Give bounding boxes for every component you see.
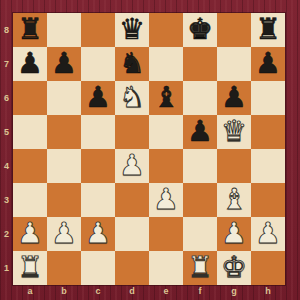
piece-white-pawn: ♟ [255, 219, 281, 248]
piece-black-pawn: ♟ [85, 83, 111, 112]
rank-label-4: 4 [0, 149, 13, 183]
piece-white-bishop: ♝ [221, 185, 247, 214]
square-c5[interactable] [81, 115, 115, 149]
square-f2[interactable] [183, 217, 217, 251]
square-b3[interactable] [47, 183, 81, 217]
square-d8[interactable]: ♛ [115, 13, 149, 47]
square-e8[interactable] [149, 13, 183, 47]
square-a7[interactable]: ♟ [13, 47, 47, 81]
rank-label-1: 1 [0, 251, 13, 285]
square-g7[interactable] [217, 47, 251, 81]
square-h6[interactable] [251, 81, 285, 115]
square-b5[interactable] [47, 115, 81, 149]
file-label-g: g [217, 285, 251, 300]
square-f8[interactable]: ♚ [183, 13, 217, 47]
square-b6[interactable] [47, 81, 81, 115]
piece-white-pawn: ♟ [153, 185, 179, 214]
square-a6[interactable] [13, 81, 47, 115]
square-f5[interactable]: ♟ [183, 115, 217, 149]
rank-label-7: 7 [0, 47, 13, 81]
square-e4[interactable] [149, 149, 183, 183]
square-e3[interactable]: ♟ [149, 183, 183, 217]
square-g2[interactable]: ♟ [217, 217, 251, 251]
square-d4[interactable]: ♟ [115, 149, 149, 183]
square-d1[interactable] [115, 251, 149, 285]
square-f3[interactable] [183, 183, 217, 217]
square-a5[interactable] [13, 115, 47, 149]
file-label-e: e [149, 285, 183, 300]
file-label-h: h [251, 285, 285, 300]
rank-label-6: 6 [0, 81, 13, 115]
square-e5[interactable] [149, 115, 183, 149]
piece-white-pawn: ♟ [85, 219, 111, 248]
file-label-f: f [183, 285, 217, 300]
square-c3[interactable] [81, 183, 115, 217]
square-d7[interactable]: ♞ [115, 47, 149, 81]
piece-white-pawn: ♟ [51, 219, 77, 248]
chess-board-frame: 87654321 abcdefgh ♜♛♚♜♟♟♞♟♟♞♝♟♟♛♟♟♝♟♟♟♟♟… [0, 0, 300, 300]
square-g1[interactable]: ♚ [217, 251, 251, 285]
square-e1[interactable] [149, 251, 183, 285]
chess-board: ♜♛♚♜♟♟♞♟♟♞♝♟♟♛♟♟♝♟♟♟♟♟♜♜♚ [13, 13, 285, 285]
piece-black-knight: ♞ [119, 49, 145, 78]
file-label-b: b [47, 285, 81, 300]
square-h1[interactable] [251, 251, 285, 285]
piece-black-bishop: ♝ [153, 83, 179, 112]
square-c2[interactable]: ♟ [81, 217, 115, 251]
square-g8[interactable] [217, 13, 251, 47]
square-f4[interactable] [183, 149, 217, 183]
square-e6[interactable]: ♝ [149, 81, 183, 115]
piece-black-pawn: ♟ [187, 117, 213, 146]
square-d5[interactable] [115, 115, 149, 149]
square-h8[interactable]: ♜ [251, 13, 285, 47]
square-b1[interactable] [47, 251, 81, 285]
rank-label-3: 3 [0, 183, 13, 217]
piece-black-queen: ♛ [119, 15, 145, 44]
piece-white-queen: ♛ [221, 117, 247, 146]
square-c7[interactable] [81, 47, 115, 81]
piece-white-knight: ♞ [119, 83, 145, 112]
piece-black-pawn: ♟ [255, 49, 281, 78]
rank-label-2: 2 [0, 217, 13, 251]
square-a8[interactable]: ♜ [13, 13, 47, 47]
square-b4[interactable] [47, 149, 81, 183]
square-b2[interactable]: ♟ [47, 217, 81, 251]
piece-white-rook: ♜ [187, 253, 213, 282]
square-h3[interactable] [251, 183, 285, 217]
piece-black-rook: ♜ [17, 15, 43, 44]
square-a2[interactable]: ♟ [13, 217, 47, 251]
file-label-a: a [13, 285, 47, 300]
square-d6[interactable]: ♞ [115, 81, 149, 115]
square-h7[interactable]: ♟ [251, 47, 285, 81]
piece-black-king: ♚ [187, 15, 213, 44]
piece-black-pawn: ♟ [17, 49, 43, 78]
square-e7[interactable] [149, 47, 183, 81]
square-f6[interactable] [183, 81, 217, 115]
rank-label-8: 8 [0, 13, 13, 47]
square-f7[interactable] [183, 47, 217, 81]
square-a4[interactable] [13, 149, 47, 183]
square-h5[interactable] [251, 115, 285, 149]
square-b7[interactable]: ♟ [47, 47, 81, 81]
square-h2[interactable]: ♟ [251, 217, 285, 251]
piece-white-pawn: ♟ [17, 219, 43, 248]
piece-black-pawn: ♟ [221, 83, 247, 112]
piece-white-pawn: ♟ [119, 151, 145, 180]
piece-white-rook: ♜ [17, 253, 43, 282]
square-g6[interactable]: ♟ [217, 81, 251, 115]
square-c1[interactable] [81, 251, 115, 285]
square-d2[interactable] [115, 217, 149, 251]
square-a1[interactable]: ♜ [13, 251, 47, 285]
piece-black-rook: ♜ [255, 15, 281, 44]
square-d3[interactable] [115, 183, 149, 217]
piece-black-pawn: ♟ [51, 49, 77, 78]
file-label-d: d [115, 285, 149, 300]
rank-label-5: 5 [0, 115, 13, 149]
file-labels: abcdefgh [13, 285, 285, 300]
square-g3[interactable]: ♝ [217, 183, 251, 217]
square-h4[interactable] [251, 149, 285, 183]
square-g5[interactable]: ♛ [217, 115, 251, 149]
piece-white-king: ♚ [221, 253, 247, 282]
square-b8[interactable] [47, 13, 81, 47]
square-c8[interactable] [81, 13, 115, 47]
square-g4[interactable] [217, 149, 251, 183]
piece-white-pawn: ♟ [221, 219, 247, 248]
square-c6[interactable]: ♟ [81, 81, 115, 115]
square-a3[interactable] [13, 183, 47, 217]
square-c4[interactable] [81, 149, 115, 183]
square-f1[interactable]: ♜ [183, 251, 217, 285]
square-e2[interactable] [149, 217, 183, 251]
rank-labels: 87654321 [0, 13, 13, 285]
file-label-c: c [81, 285, 115, 300]
